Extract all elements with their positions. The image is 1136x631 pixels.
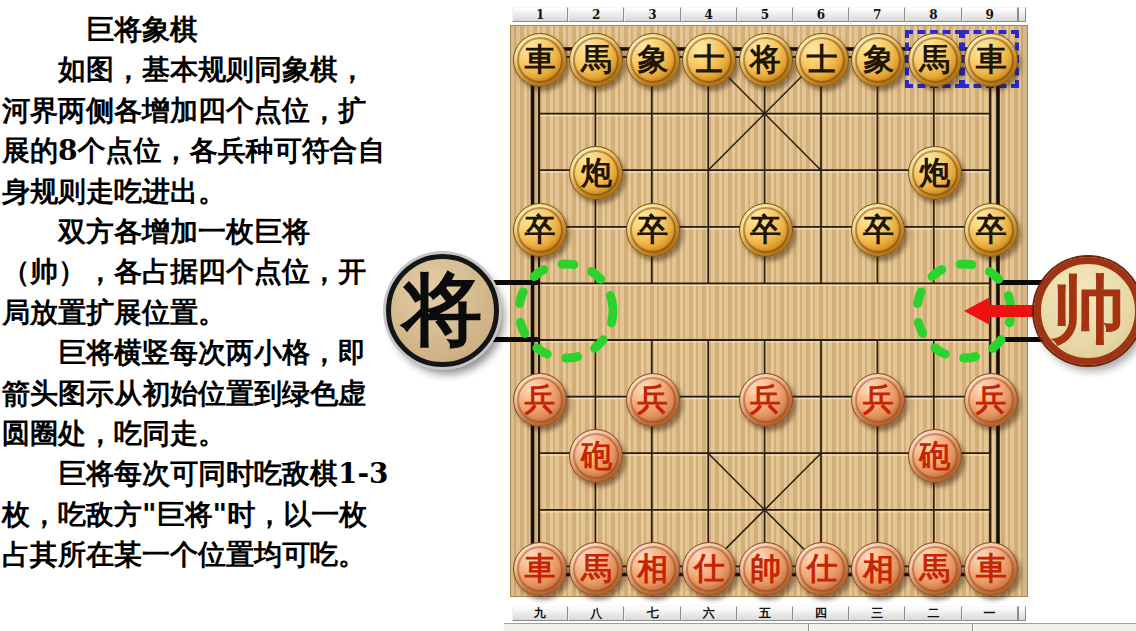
file-label: 5	[737, 7, 793, 22]
board-piece-black[interactable]: 象	[626, 33, 680, 87]
rules-line: 枚，吃敌方"巨将"时，以一枚	[2, 495, 472, 535]
coordinate-bar-stub	[1018, 7, 1026, 22]
status-bar-divider	[808, 624, 809, 631]
rules-line: 圆圈处，吃同走。	[2, 414, 472, 454]
rules-line: 箭头图示从初始位置到绿色虚	[2, 374, 472, 414]
board-piece-black[interactable]: 卒	[513, 203, 567, 257]
rules-line: 展的8个点位，各兵种可符合自	[2, 131, 472, 171]
file-label: 四	[793, 606, 849, 621]
file-label: 九	[512, 606, 568, 621]
board-piece-black[interactable]: 卒	[739, 203, 793, 257]
giant-general-red-piece[interactable]: 帅	[1034, 257, 1136, 365]
board-piece-red[interactable]: 仕	[795, 542, 849, 596]
file-label: 六	[681, 606, 737, 621]
file-label: 三	[849, 606, 905, 621]
board-piece-red[interactable]: 車	[513, 542, 567, 596]
file-label: 4	[681, 7, 737, 22]
file-label: 八	[568, 606, 624, 621]
rules-line: 如图，基本规则同象棋，	[2, 50, 472, 90]
board-piece-black[interactable]: 車	[513, 33, 567, 87]
file-label: 9	[962, 7, 1018, 22]
rules-line: 河界两侧各增加四个点位，扩	[2, 91, 472, 131]
bottom-coordinate-bar: 九八七六五四三二一	[512, 606, 1026, 621]
board-piece-black[interactable]: 馬	[908, 33, 962, 87]
file-label: 8	[905, 7, 961, 22]
board-piece-red[interactable]: 馬	[908, 542, 962, 596]
board-piece-red[interactable]: 兵	[964, 373, 1018, 427]
top-coordinate-bar: 123456789	[512, 7, 1026, 22]
file-label: 1	[512, 7, 568, 22]
board-piece-red[interactable]: 相	[626, 542, 680, 596]
status-bar-divider	[972, 624, 973, 631]
board-piece-black[interactable]: 将	[739, 33, 793, 87]
rules-line: 巨将每次可同时吃敌棋1-3	[2, 454, 472, 494]
app-window: 巨将象棋 如图，基本规则同象棋，河界两侧各增加四个点位，扩展的8个点位，各兵种可…	[0, 0, 1136, 631]
file-label: 6	[793, 7, 849, 22]
giant-general-black-piece[interactable]: 将	[386, 254, 499, 367]
board-piece-black[interactable]: 卒	[964, 203, 1018, 257]
giant-general-red-glyph: 帅	[1051, 261, 1125, 361]
river-extension-line-left-top	[486, 280, 540, 285]
file-label: 2	[568, 7, 624, 22]
board-piece-black[interactable]: 卒	[626, 203, 680, 257]
giant-general-black-glyph: 将	[403, 257, 483, 365]
board-piece-black[interactable]: 象	[851, 33, 905, 87]
board-piece-black[interactable]: 車	[964, 33, 1018, 87]
board-piece-red[interactable]: 砲	[908, 429, 962, 483]
xiangqi-board[interactable]: 車馬象士将士象馬車炮炮卒卒卒卒卒兵兵兵兵兵砲砲車馬相仕帥仕相馬車	[510, 25, 1028, 597]
board-piece-black[interactable]: 士	[682, 33, 736, 87]
file-label: 7	[849, 7, 905, 22]
rules-line: 占其所在某一个位置均可吃。	[2, 535, 472, 575]
coordinate-bar-stub	[1018, 606, 1026, 621]
board-piece-black[interactable]: 炮	[908, 146, 962, 200]
file-label: 五	[737, 606, 793, 621]
board-piece-red[interactable]: 兵	[851, 373, 905, 427]
board-piece-black[interactable]: 馬	[569, 33, 623, 87]
rules-line: 巨将象棋	[2, 10, 472, 50]
board-piece-black[interactable]: 卒	[851, 203, 905, 257]
board-piece-red[interactable]: 兵	[626, 373, 680, 427]
board-grid-lines	[511, 26, 1029, 598]
board-piece-red[interactable]: 兵	[513, 373, 567, 427]
river-extension-line-left-bottom	[486, 337, 540, 342]
board-piece-red[interactable]: 兵	[739, 373, 793, 427]
rules-line: 身规则走吃进出。	[2, 172, 472, 212]
board-piece-black[interactable]: 士	[795, 33, 849, 87]
file-label: 七	[624, 606, 680, 621]
status-bar	[504, 623, 1136, 631]
file-label: 二	[905, 606, 961, 621]
board-piece-red[interactable]: 帥	[739, 542, 793, 596]
rules-line: 双方各增加一枚巨将	[2, 212, 472, 252]
file-label: 一	[962, 606, 1018, 621]
file-label: 3	[624, 7, 680, 22]
